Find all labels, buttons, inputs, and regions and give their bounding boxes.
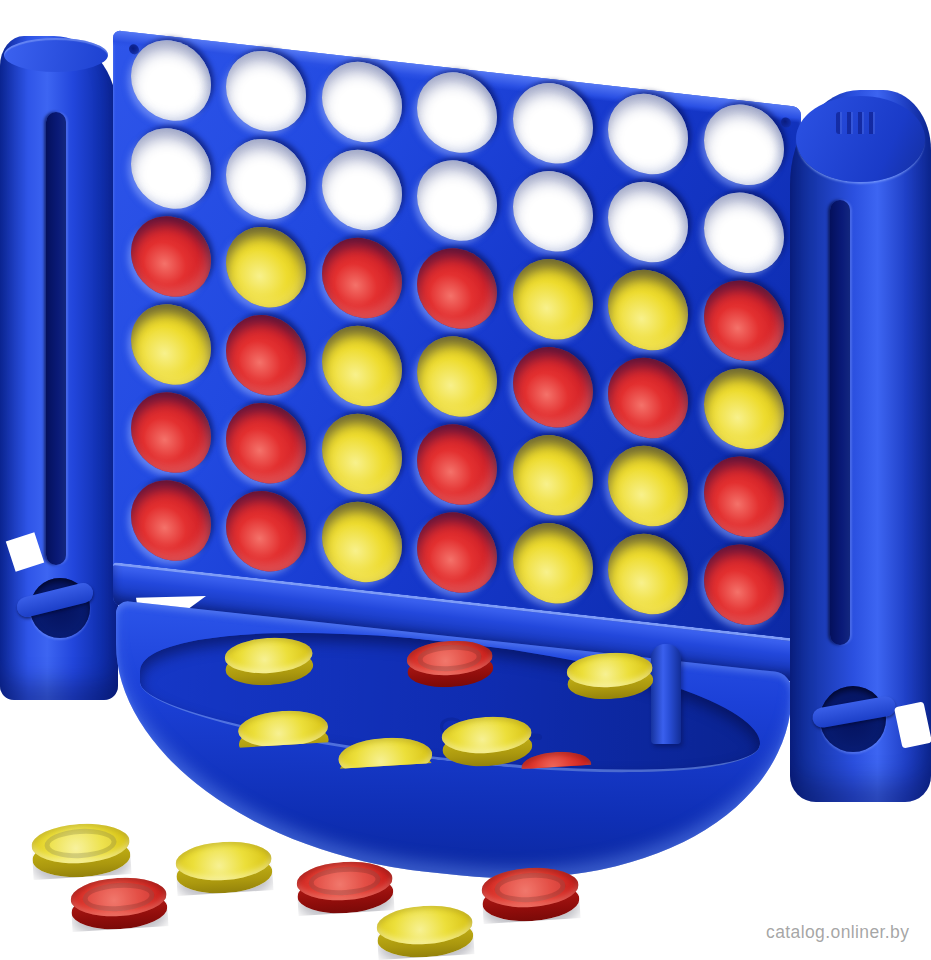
right-hook-opening xyxy=(894,701,931,748)
loose-disc-red xyxy=(296,859,395,916)
loose-disc-yellow xyxy=(376,903,475,960)
grid-disc-red xyxy=(131,476,211,565)
grid-disc-yellow xyxy=(608,442,688,531)
grid-disc-yellow xyxy=(513,519,593,608)
grid-disc-yellow xyxy=(131,300,211,389)
loose-disc-yellow xyxy=(175,839,274,896)
right-pillar-slot xyxy=(830,200,850,645)
board-grid xyxy=(113,30,792,634)
grid-disc-red xyxy=(226,311,306,400)
grid-disc-red xyxy=(513,343,593,432)
tray-disc-yellow xyxy=(566,650,655,701)
grid-hole-empty xyxy=(322,145,402,234)
left-pillar-slot xyxy=(46,112,66,565)
tray-disc-yellow xyxy=(237,708,329,747)
right-pillar xyxy=(790,90,931,802)
tray-disc-yellow xyxy=(441,714,534,768)
grid-hole-empty xyxy=(513,167,593,256)
grid-disc-red xyxy=(704,276,784,365)
loose-disc-red xyxy=(480,865,580,924)
tray-disc-yellow xyxy=(337,735,433,769)
grid-disc-red xyxy=(131,212,211,301)
embossed-mark-icon xyxy=(836,112,878,134)
grid-disc-red xyxy=(226,487,306,576)
tray-fold-post xyxy=(651,644,681,744)
grid-disc-yellow xyxy=(704,364,784,453)
grid-disc-yellow xyxy=(417,332,497,421)
grid-hole-empty xyxy=(704,188,784,277)
grid-hole-empty xyxy=(417,68,497,157)
grid-disc-yellow xyxy=(322,497,402,586)
tray-disc-yellow xyxy=(224,635,315,687)
grid-hole-empty xyxy=(417,156,497,245)
grid-hole-empty xyxy=(513,79,593,168)
grid-disc-red xyxy=(704,452,784,541)
grid-disc-yellow xyxy=(322,321,402,410)
grid-disc-red xyxy=(322,233,402,322)
grid-disc-red xyxy=(608,354,688,443)
grid-hole-empty xyxy=(322,57,402,146)
grid-disc-red xyxy=(704,540,784,629)
grid-disc-yellow xyxy=(608,266,688,355)
board xyxy=(113,30,801,682)
grid-disc-yellow xyxy=(322,409,402,498)
loose-disc-red xyxy=(70,875,169,932)
grid-disc-red xyxy=(417,508,497,597)
grid-disc-yellow xyxy=(226,223,306,312)
loose-disc-yellow xyxy=(30,821,131,880)
grid-hole-empty xyxy=(226,135,306,224)
product-photo-connect-four: catalog.onliner.by xyxy=(0,0,931,960)
grid-hole-empty xyxy=(131,36,211,125)
tray-disc-red xyxy=(406,638,495,689)
grid-disc-yellow xyxy=(608,530,688,619)
watermark: catalog.onliner.by xyxy=(766,922,909,943)
grid-disc-yellow xyxy=(513,431,593,520)
grid-disc-red xyxy=(226,399,306,488)
grid-disc-red xyxy=(131,388,211,477)
grid-disc-red xyxy=(417,244,497,333)
grid-hole-empty xyxy=(131,124,211,213)
grid-hole-empty xyxy=(608,90,688,179)
grid-disc-yellow xyxy=(513,255,593,344)
grid-hole-empty xyxy=(608,178,688,267)
grid-hole-empty xyxy=(226,47,306,136)
grid-hole-empty xyxy=(704,100,784,189)
grid-disc-red xyxy=(417,420,497,509)
